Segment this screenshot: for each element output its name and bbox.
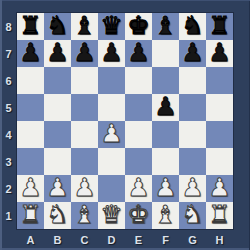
white-knight-g1: ♞: [181, 201, 203, 228]
square-a3[interactable]: [17, 148, 44, 175]
square-e7[interactable]: ♟: [125, 40, 152, 67]
square-b4[interactable]: [44, 121, 71, 148]
black-pawn-c7: ♟: [73, 39, 95, 66]
square-d5[interactable]: [98, 94, 125, 121]
square-a8[interactable]: ♜: [17, 13, 44, 40]
square-d1[interactable]: ♛: [98, 202, 125, 229]
black-pawn-e7: ♟: [127, 39, 149, 66]
black-bishop-c8: ♝: [73, 12, 95, 39]
rank-label-1: 1: [0, 202, 17, 229]
rank-label-6: 6: [0, 67, 17, 94]
white-pawn-d4: ♟: [100, 120, 122, 147]
white-queen-d1: ♛: [100, 201, 122, 228]
black-bishop-f8: ♝: [154, 12, 176, 39]
square-e4[interactable]: [125, 121, 152, 148]
file-label-e: E: [125, 230, 152, 250]
square-a1[interactable]: ♜: [17, 202, 44, 229]
white-bishop-c1: ♝: [73, 201, 95, 228]
black-king-e8: ♚: [127, 12, 149, 39]
square-h7[interactable]: ♟: [206, 40, 233, 67]
square-c8[interactable]: ♝: [71, 13, 98, 40]
square-g4[interactable]: [179, 121, 206, 148]
rank-label-4: 4: [0, 121, 17, 148]
square-d8[interactable]: ♛: [98, 13, 125, 40]
square-a4[interactable]: [17, 121, 44, 148]
square-c1[interactable]: ♝: [71, 202, 98, 229]
square-g5[interactable]: [179, 94, 206, 121]
square-h5[interactable]: [206, 94, 233, 121]
white-pawn-c2: ♟: [73, 174, 95, 201]
square-h1[interactable]: ♜: [206, 202, 233, 229]
file-label-b: B: [44, 230, 71, 250]
square-b7[interactable]: ♟: [44, 40, 71, 67]
white-knight-b1: ♞: [46, 201, 68, 228]
square-c3[interactable]: [71, 148, 98, 175]
file-label-d: D: [98, 230, 125, 250]
square-f2[interactable]: ♟: [152, 175, 179, 202]
file-label-a: A: [17, 230, 44, 250]
black-pawn-a7: ♟: [19, 39, 41, 66]
square-c7[interactable]: ♟: [71, 40, 98, 67]
square-g8[interactable]: ♞: [179, 13, 206, 40]
rank-label-5: 5: [0, 94, 17, 121]
square-d2[interactable]: [98, 175, 125, 202]
square-e3[interactable]: [125, 148, 152, 175]
square-g2[interactable]: ♟: [179, 175, 206, 202]
square-b6[interactable]: [44, 67, 71, 94]
rank-label-3: 3: [0, 148, 17, 175]
square-d4[interactable]: ♟: [98, 121, 125, 148]
square-e5[interactable]: [125, 94, 152, 121]
square-b2[interactable]: ♟: [44, 175, 71, 202]
square-h8[interactable]: ♜: [206, 13, 233, 40]
square-e1[interactable]: ♚: [125, 202, 152, 229]
white-pawn-f2: ♟: [154, 174, 176, 201]
square-c4[interactable]: [71, 121, 98, 148]
chess-board-frame: 87654321 ♜♞♝♛♚♝♞♜♟♟♟♟♟♟♟♟♟♟♟♟♟♟♟♟♜♞♝♛♚♝♞…: [0, 0, 250, 250]
white-pawn-g2: ♟: [181, 174, 203, 201]
square-g6[interactable]: [179, 67, 206, 94]
square-b5[interactable]: [44, 94, 71, 121]
white-rook-a1: ♜: [19, 201, 41, 228]
square-c2[interactable]: ♟: [71, 175, 98, 202]
black-pawn-g7: ♟: [181, 39, 203, 66]
chess-board: ♜♞♝♛♚♝♞♜♟♟♟♟♟♟♟♟♟♟♟♟♟♟♟♟♜♞♝♛♚♝♞♜: [17, 13, 233, 229]
black-queen-d8: ♛: [100, 12, 122, 39]
white-king-e1: ♚: [127, 201, 149, 228]
black-pawn-f5: ♟: [154, 93, 176, 120]
rank-label-7: 7: [0, 40, 17, 67]
square-e2[interactable]: ♟: [125, 175, 152, 202]
file-label-g: G: [179, 230, 206, 250]
white-pawn-b2: ♟: [46, 174, 68, 201]
square-f4[interactable]: [152, 121, 179, 148]
square-a6[interactable]: [17, 67, 44, 94]
square-h4[interactable]: [206, 121, 233, 148]
square-h6[interactable]: [206, 67, 233, 94]
black-rook-h8: ♜: [208, 12, 230, 39]
black-knight-g8: ♞: [181, 12, 203, 39]
white-pawn-e2: ♟: [127, 174, 149, 201]
square-d6[interactable]: [98, 67, 125, 94]
square-h3[interactable]: [206, 148, 233, 175]
black-pawn-h7: ♟: [208, 39, 230, 66]
white-bishop-f1: ♝: [154, 201, 176, 228]
white-rook-h1: ♜: [208, 201, 230, 228]
white-pawn-a2: ♟: [19, 174, 41, 201]
square-a5[interactable]: [17, 94, 44, 121]
rank-label-8: 8: [0, 13, 17, 40]
file-label-h: H: [206, 230, 233, 250]
square-g7[interactable]: ♟: [179, 40, 206, 67]
black-pawn-b7: ♟: [46, 39, 68, 66]
square-f6[interactable]: [152, 67, 179, 94]
square-d7[interactable]: ♟: [98, 40, 125, 67]
white-pawn-h2: ♟: [208, 174, 230, 201]
square-a7[interactable]: ♟: [17, 40, 44, 67]
black-pawn-d7: ♟: [100, 39, 122, 66]
square-c5[interactable]: [71, 94, 98, 121]
file-label-f: F: [152, 230, 179, 250]
square-f5[interactable]: ♟: [152, 94, 179, 121]
square-e8[interactable]: ♚: [125, 13, 152, 40]
black-knight-b8: ♞: [46, 12, 68, 39]
square-f3[interactable]: [152, 148, 179, 175]
square-f8[interactable]: ♝: [152, 13, 179, 40]
black-rook-a8: ♜: [19, 12, 41, 39]
rank-labels: 87654321: [0, 13, 17, 229]
square-d3[interactable]: [98, 148, 125, 175]
square-h2[interactable]: ♟: [206, 175, 233, 202]
square-f1[interactable]: ♝: [152, 202, 179, 229]
file-label-c: C: [71, 230, 98, 250]
square-c6[interactable]: [71, 67, 98, 94]
square-g3[interactable]: [179, 148, 206, 175]
square-e6[interactable]: [125, 67, 152, 94]
square-b3[interactable]: [44, 148, 71, 175]
file-labels: ABCDEFGH: [17, 230, 233, 250]
square-a2[interactable]: ♟: [17, 175, 44, 202]
square-b1[interactable]: ♞: [44, 202, 71, 229]
square-b8[interactable]: ♞: [44, 13, 71, 40]
square-g1[interactable]: ♞: [179, 202, 206, 229]
square-f7[interactable]: [152, 40, 179, 67]
rank-label-2: 2: [0, 175, 17, 202]
